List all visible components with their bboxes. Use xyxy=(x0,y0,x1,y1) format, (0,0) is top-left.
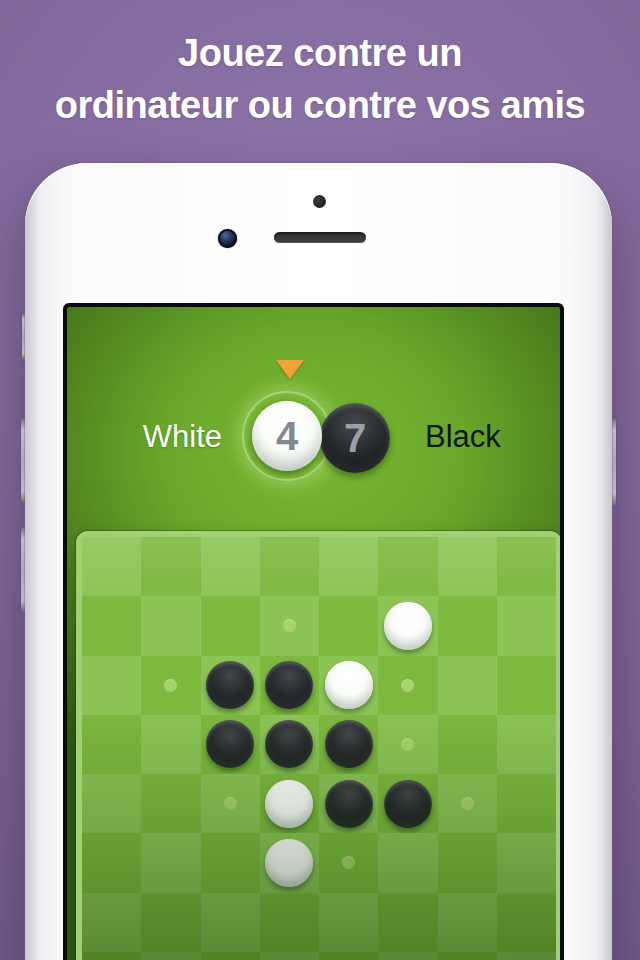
board-cell-b5[interactable] xyxy=(141,774,200,833)
white-disc xyxy=(265,780,313,828)
board-cell-d3[interactable] xyxy=(260,656,319,715)
board-cell-c2[interactable] xyxy=(201,596,260,655)
board-cell-h3[interactable] xyxy=(497,656,556,715)
black-score-value: 7 xyxy=(344,416,366,461)
board-cell-e3[interactable] xyxy=(319,656,378,715)
board-cell-e4[interactable] xyxy=(319,715,378,774)
board-cell-e8[interactable] xyxy=(319,952,378,960)
black-disc xyxy=(206,661,254,709)
black-player-label: Black xyxy=(425,419,501,455)
reversi-board xyxy=(76,531,562,960)
board-cell-f3[interactable] xyxy=(378,656,437,715)
black-disc xyxy=(265,720,313,768)
legal-move-hint xyxy=(401,679,414,692)
headline-line-2: ordinateur ou contre vos amis xyxy=(0,79,640,131)
board-cell-f5[interactable] xyxy=(378,774,437,833)
board-cell-a5[interactable] xyxy=(82,774,141,833)
board-cell-h5[interactable] xyxy=(497,774,556,833)
board-cell-a6[interactable] xyxy=(82,833,141,892)
black-disc xyxy=(325,780,373,828)
board-cell-d8[interactable] xyxy=(260,952,319,960)
legal-move-hint xyxy=(164,679,177,692)
board-cell-c6[interactable] xyxy=(201,833,260,892)
board-cell-d7[interactable] xyxy=(260,893,319,952)
board-cell-c8[interactable] xyxy=(201,952,260,960)
board-cell-b4[interactable] xyxy=(141,715,200,774)
board-cell-h1[interactable] xyxy=(497,537,556,596)
legal-move-hint xyxy=(401,738,414,751)
earpiece-speaker-icon xyxy=(274,232,366,243)
iphone-mockup: White 4 7 Black xyxy=(25,163,612,960)
board-cell-d2[interactable] xyxy=(260,596,319,655)
board-cell-e6[interactable] xyxy=(319,833,378,892)
headline-line-1: Jouez contre un xyxy=(0,27,640,79)
board-cell-g7[interactable] xyxy=(438,893,497,952)
board-cell-g4[interactable] xyxy=(438,715,497,774)
board-cell-a2[interactable] xyxy=(82,596,141,655)
white-disc xyxy=(265,839,313,887)
board-cell-g6[interactable] xyxy=(438,833,497,892)
sensor-dot-icon xyxy=(313,195,326,208)
board-cell-g8[interactable] xyxy=(438,952,497,960)
board-cell-h4[interactable] xyxy=(497,715,556,774)
legal-move-hint xyxy=(283,619,296,632)
board-cell-g2[interactable] xyxy=(438,596,497,655)
board-cell-b3[interactable] xyxy=(141,656,200,715)
board-cell-b8[interactable] xyxy=(141,952,200,960)
board-cell-c1[interactable] xyxy=(201,537,260,596)
volume-down-button xyxy=(21,527,29,612)
white-disc xyxy=(384,602,432,650)
board-cell-a1[interactable] xyxy=(82,537,141,596)
board-cell-c7[interactable] xyxy=(201,893,260,952)
black-disc xyxy=(265,661,313,709)
board-cell-b6[interactable] xyxy=(141,833,200,892)
board-cell-f1[interactable] xyxy=(378,537,437,596)
black-score-disc: 7 xyxy=(320,403,390,473)
board-cell-e1[interactable] xyxy=(319,537,378,596)
board-cell-e2[interactable] xyxy=(319,596,378,655)
board-cell-f8[interactable] xyxy=(378,952,437,960)
board-cell-a8[interactable] xyxy=(82,952,141,960)
legal-move-hint xyxy=(461,797,474,810)
board-cell-g1[interactable] xyxy=(438,537,497,596)
board-cell-f4[interactable] xyxy=(378,715,437,774)
turn-indicator-triangle-icon xyxy=(276,360,304,379)
legal-move-hint xyxy=(224,797,237,810)
front-camera-icon xyxy=(218,229,237,248)
board-cell-c4[interactable] xyxy=(201,715,260,774)
board-cell-h2[interactable] xyxy=(497,596,556,655)
board-cell-e7[interactable] xyxy=(319,893,378,952)
white-score-disc: 4 xyxy=(252,401,322,471)
power-button xyxy=(608,418,616,506)
board-cell-d4[interactable] xyxy=(260,715,319,774)
mute-switch xyxy=(22,313,28,360)
black-disc xyxy=(325,720,373,768)
board-cell-h8[interactable] xyxy=(497,952,556,960)
board-cell-g5[interactable] xyxy=(438,774,497,833)
volume-up-button xyxy=(21,418,29,503)
headline: Jouez contre un ordinateur ou contre vos… xyxy=(0,27,640,131)
board-cell-g3[interactable] xyxy=(438,656,497,715)
white-disc xyxy=(325,661,373,709)
board-cell-c5[interactable] xyxy=(201,774,260,833)
board-cell-h6[interactable] xyxy=(497,833,556,892)
board-cell-h7[interactable] xyxy=(497,893,556,952)
board-cell-a7[interactable] xyxy=(82,893,141,952)
black-disc xyxy=(384,780,432,828)
white-player-label: White xyxy=(127,419,222,455)
board-cell-b2[interactable] xyxy=(141,596,200,655)
board-cell-c3[interactable] xyxy=(201,656,260,715)
legal-move-hint xyxy=(342,856,355,869)
board-cell-f7[interactable] xyxy=(378,893,437,952)
white-score-value: 4 xyxy=(276,414,298,459)
black-disc xyxy=(206,720,254,768)
board-cell-b1[interactable] xyxy=(141,537,200,596)
board-cell-b7[interactable] xyxy=(141,893,200,952)
board-cell-f6[interactable] xyxy=(378,833,437,892)
board-cell-d5[interactable] xyxy=(260,774,319,833)
board-cell-a3[interactable] xyxy=(82,656,141,715)
app-screen: White 4 7 Black xyxy=(63,303,564,960)
board-grid xyxy=(82,537,556,960)
board-cell-a4[interactable] xyxy=(82,715,141,774)
board-cell-d1[interactable] xyxy=(260,537,319,596)
board-cell-d6[interactable] xyxy=(260,833,319,892)
board-cell-f2[interactable] xyxy=(378,596,437,655)
board-cell-e5[interactable] xyxy=(319,774,378,833)
